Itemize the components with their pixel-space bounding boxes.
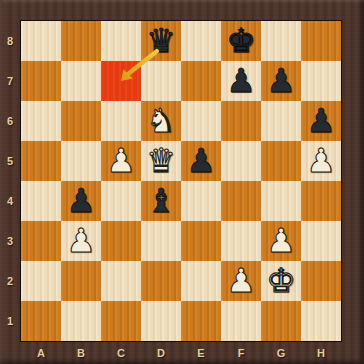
square-g6[interactable] — [261, 101, 301, 141]
piece-black-queen[interactable]: ♛ — [141, 21, 181, 61]
file-label-g: G — [261, 342, 301, 364]
square-d2[interactable] — [141, 261, 181, 301]
square-g1[interactable] — [261, 301, 301, 341]
square-e6[interactable] — [181, 101, 221, 141]
square-g7[interactable]: ♟ — [261, 61, 301, 101]
square-a1[interactable] — [21, 301, 61, 341]
square-e4[interactable] — [181, 181, 221, 221]
square-h6[interactable]: ♟ — [301, 101, 341, 141]
square-d3[interactable] — [141, 221, 181, 261]
square-a2[interactable] — [21, 261, 61, 301]
square-a4[interactable] — [21, 181, 61, 221]
square-e1[interactable] — [181, 301, 221, 341]
square-d4[interactable]: ♝ — [141, 181, 181, 221]
piece-black-pawn[interactable]: ♟ — [181, 141, 221, 181]
square-e3[interactable] — [181, 221, 221, 261]
piece-black-pawn[interactable]: ♟ — [261, 61, 301, 101]
square-d7[interactable] — [141, 61, 181, 101]
rank-label-7: 7 — [0, 61, 20, 101]
square-d5[interactable]: ♛ — [141, 141, 181, 181]
square-h3[interactable] — [301, 221, 341, 261]
rank-label-5: 5 — [0, 141, 20, 181]
file-label-f: F — [221, 342, 261, 364]
square-h8[interactable] — [301, 21, 341, 61]
square-c3[interactable] — [101, 221, 141, 261]
piece-white-queen[interactable]: ♛ — [141, 141, 181, 181]
piece-white-pawn[interactable]: ♟ — [221, 261, 261, 301]
square-g3[interactable]: ♟ — [261, 221, 301, 261]
square-a6[interactable] — [21, 101, 61, 141]
board[interactable]: ♛♚♟♟♞♟♟♛♟♟♟♝♟♟♟♚ — [21, 21, 341, 341]
square-a7[interactable] — [21, 61, 61, 101]
square-f2[interactable]: ♟ — [221, 261, 261, 301]
square-c8[interactable] — [101, 21, 141, 61]
square-d6[interactable]: ♞ — [141, 101, 181, 141]
square-f8[interactable]: ♚ — [221, 21, 261, 61]
file-label-a: A — [21, 342, 61, 364]
square-f3[interactable] — [221, 221, 261, 261]
square-b5[interactable] — [61, 141, 101, 181]
piece-black-king[interactable]: ♚ — [221, 21, 261, 61]
piece-black-pawn[interactable]: ♟ — [301, 101, 341, 141]
square-f5[interactable] — [221, 141, 261, 181]
square-c5[interactable]: ♟ — [101, 141, 141, 181]
square-a3[interactable] — [21, 221, 61, 261]
square-h5[interactable]: ♟ — [301, 141, 341, 181]
square-e5[interactable]: ♟ — [181, 141, 221, 181]
square-e8[interactable] — [181, 21, 221, 61]
rank-label-1: 1 — [0, 301, 20, 341]
board-border: ♛♚♟♟♞♟♟♛♟♟♟♝♟♟♟♚ — [20, 20, 342, 342]
chessboard-frame: ♛♚♟♟♞♟♟♛♟♟♟♝♟♟♟♚ 87654321 ABCDEFGH — [0, 0, 364, 364]
square-c7[interactable] — [101, 61, 141, 101]
square-g4[interactable] — [261, 181, 301, 221]
square-b6[interactable] — [61, 101, 101, 141]
piece-black-pawn[interactable]: ♟ — [221, 61, 261, 101]
file-label-e: E — [181, 342, 221, 364]
square-b3[interactable]: ♟ — [61, 221, 101, 261]
rank-label-2: 2 — [0, 261, 20, 301]
square-d8[interactable]: ♛ — [141, 21, 181, 61]
piece-white-king[interactable]: ♚ — [261, 261, 301, 301]
square-f4[interactable] — [221, 181, 261, 221]
square-d1[interactable] — [141, 301, 181, 341]
square-g8[interactable] — [261, 21, 301, 61]
square-h7[interactable] — [301, 61, 341, 101]
square-c1[interactable] — [101, 301, 141, 341]
square-h2[interactable] — [301, 261, 341, 301]
square-f6[interactable] — [221, 101, 261, 141]
piece-black-bishop[interactable]: ♝ — [141, 181, 181, 221]
rank-label-8: 8 — [0, 21, 20, 61]
rank-label-4: 4 — [0, 181, 20, 221]
file-label-d: D — [141, 342, 181, 364]
file-label-h: H — [301, 342, 341, 364]
file-label-c: C — [101, 342, 141, 364]
rank-label-3: 3 — [0, 221, 20, 261]
piece-black-pawn[interactable]: ♟ — [61, 181, 101, 221]
square-b1[interactable] — [61, 301, 101, 341]
square-f1[interactable] — [221, 301, 261, 341]
file-label-b: B — [61, 342, 101, 364]
square-b8[interactable] — [61, 21, 101, 61]
square-h4[interactable] — [301, 181, 341, 221]
square-f7[interactable]: ♟ — [221, 61, 261, 101]
piece-white-knight[interactable]: ♞ — [141, 101, 181, 141]
rank-label-6: 6 — [0, 101, 20, 141]
square-b2[interactable] — [61, 261, 101, 301]
square-g5[interactable] — [261, 141, 301, 181]
square-c6[interactable] — [101, 101, 141, 141]
square-e7[interactable] — [181, 61, 221, 101]
square-a5[interactable] — [21, 141, 61, 181]
square-e2[interactable] — [181, 261, 221, 301]
square-b7[interactable] — [61, 61, 101, 101]
square-b4[interactable]: ♟ — [61, 181, 101, 221]
square-h1[interactable] — [301, 301, 341, 341]
square-c2[interactable] — [101, 261, 141, 301]
piece-white-pawn[interactable]: ♟ — [101, 141, 141, 181]
square-g2[interactable]: ♚ — [261, 261, 301, 301]
piece-white-pawn[interactable]: ♟ — [301, 141, 341, 181]
piece-white-pawn[interactable]: ♟ — [61, 221, 101, 261]
square-a8[interactable] — [21, 21, 61, 61]
square-c4[interactable] — [101, 181, 141, 221]
piece-white-pawn[interactable]: ♟ — [261, 221, 301, 261]
